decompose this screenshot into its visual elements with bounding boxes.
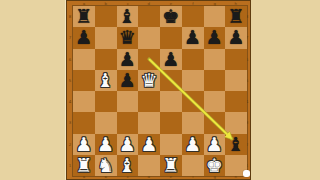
piece-white-pawn: ♟ [75,134,92,153]
square-h2[interactable]: ♝ [225,134,247,155]
rank-label-2: 2 [69,139,72,150]
square-a8[interactable]: ♜ [73,6,95,27]
square-e6[interactable]: ♟ [160,49,182,70]
piece-black-pawn: ♟ [75,28,92,47]
square-c8[interactable]: ♝ [117,6,139,27]
square-h4[interactable] [225,91,247,112]
file-label-f: f [187,2,198,5]
square-e2[interactable] [160,134,182,155]
square-b5[interactable]: ♝ [95,70,117,91]
square-g8[interactable] [204,6,226,27]
square-d1[interactable] [138,155,160,176]
piece-white-rook: ♜ [75,155,92,174]
square-d4[interactable] [138,91,160,112]
rank-label-1: 1 [69,160,72,171]
square-a6[interactable] [73,49,95,70]
square-h3[interactable] [225,112,247,133]
square-a5[interactable] [73,70,95,91]
square-c2[interactable]: ♟ [117,134,139,155]
square-g1[interactable]: ♚ [204,155,226,176]
square-f1[interactable] [182,155,204,176]
rank-label-3: 3 [69,118,72,129]
piece-white-pawn: ♟ [141,134,158,153]
piece-white-pawn: ♟ [97,134,114,153]
square-f5[interactable] [182,70,204,91]
square-c6[interactable]: ♟ [117,49,139,70]
rank-label-8: 8 [69,11,72,22]
piece-black-rook: ♜ [75,7,92,26]
square-f3[interactable] [182,112,204,133]
piece-black-pawn: ♟ [162,49,179,68]
square-f4[interactable] [182,91,204,112]
square-a3[interactable] [73,112,95,133]
file-label-d: d [144,2,155,5]
square-e3[interactable] [160,112,182,133]
rank-label-7: 7 [69,33,72,44]
piece-white-pawn: ♟ [184,134,201,153]
square-e7[interactable] [160,27,182,48]
rank-label-5: 5 [69,75,72,86]
square-c7[interactable]: ♛ [117,27,139,48]
piece-white-pawn: ♟ [119,134,136,153]
square-e8[interactable]: ♚ [160,6,182,27]
piece-white-rook: ♜ [162,155,179,174]
piece-black-bishop: ♝ [228,134,245,153]
square-d5[interactable]: ♛ [138,70,160,91]
square-d3[interactable] [138,112,160,133]
square-g7[interactable]: ♟ [204,27,226,48]
rank-label-4: 4 [69,96,72,107]
square-b6[interactable] [95,49,117,70]
chess-board: abcdefgh abcdefgh 87654321 87654321 ♜♝♚♜… [66,0,251,180]
piece-black-rook: ♜ [228,7,245,26]
square-h8[interactable]: ♜ [225,6,247,27]
piece-black-pawn: ♟ [119,70,136,89]
file-label-b: b [100,2,111,5]
file-label-g: g [209,2,220,5]
piece-black-pawn: ♟ [119,49,136,68]
square-f6[interactable] [182,49,204,70]
piece-black-pawn: ♟ [206,28,223,47]
square-b3[interactable] [95,112,117,133]
board-grid: ♜♝♚♜♟♛♟♟♟♟♟♝♟♛♟♟♟♟♟♟♝♜♞♝♜♚ [73,6,247,176]
piece-white-pawn: ♟ [206,134,223,153]
piece-white-bishop: ♝ [97,70,114,89]
square-d7[interactable] [138,27,160,48]
square-g3[interactable] [204,112,226,133]
square-h5[interactable] [225,70,247,91]
piece-white-knight: ♞ [97,155,114,174]
square-g4[interactable] [204,91,226,112]
square-b7[interactable] [95,27,117,48]
square-f8[interactable] [182,6,204,27]
square-g6[interactable] [204,49,226,70]
rank-label-6: 6 [69,54,72,65]
square-d2[interactable]: ♟ [138,134,160,155]
square-h7[interactable]: ♟ [225,27,247,48]
piece-black-king: ♚ [162,7,179,26]
turn-indicator-white [243,170,250,177]
square-d6[interactable] [138,49,160,70]
square-h6[interactable] [225,49,247,70]
square-g2[interactable]: ♟ [204,134,226,155]
piece-white-queen: ♛ [141,70,158,89]
square-b2[interactable]: ♟ [95,134,117,155]
square-b4[interactable] [95,91,117,112]
square-b1[interactable]: ♞ [95,155,117,176]
square-f2[interactable]: ♟ [182,134,204,155]
page: abcdefgh abcdefgh 87654321 87654321 ♜♝♚♜… [0,0,320,180]
piece-black-pawn: ♟ [228,28,245,47]
square-c4[interactable] [117,91,139,112]
square-c1[interactable]: ♝ [117,155,139,176]
square-a1[interactable]: ♜ [73,155,95,176]
piece-white-bishop: ♝ [119,155,136,174]
square-a2[interactable]: ♟ [73,134,95,155]
piece-black-pawn: ♟ [184,28,201,47]
square-a4[interactable] [73,91,95,112]
piece-white-king: ♚ [206,155,223,174]
square-g5[interactable] [204,70,226,91]
square-e4[interactable] [160,91,182,112]
square-f7[interactable]: ♟ [182,27,204,48]
square-a7[interactable]: ♟ [73,27,95,48]
square-e5[interactable] [160,70,182,91]
square-c3[interactable] [117,112,139,133]
piece-black-queen: ♛ [119,28,136,47]
square-e1[interactable]: ♜ [160,155,182,176]
square-d8[interactable] [138,6,160,27]
square-b8[interactable] [95,6,117,27]
square-c5[interactable]: ♟ [117,70,139,91]
piece-black-bishop: ♝ [119,7,136,26]
